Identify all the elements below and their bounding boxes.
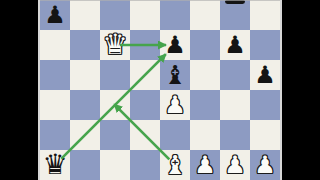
piece-white-queen-c6[interactable]: ♛: [100, 30, 130, 60]
square-d2[interactable]: [130, 150, 160, 180]
square-f3[interactable]: [190, 120, 220, 150]
piece-white-bishop-e2[interactable]: ♝: [160, 150, 190, 180]
square-c3[interactable]: [100, 120, 130, 150]
piece-black-bishop-e5[interactable]: ♝: [160, 60, 190, 90]
piece-black-pawn-e6[interactable]: ♟: [160, 30, 190, 60]
square-b5[interactable]: [70, 60, 100, 90]
square-d6[interactable]: [130, 30, 160, 60]
square-g7[interactable]: [220, 0, 250, 30]
letterbox-bar-left: [0, 0, 38, 180]
piece-white-pawn-e4[interactable]: ♟: [160, 90, 190, 120]
square-a4[interactable]: [40, 90, 70, 120]
square-c7[interactable]: [100, 0, 130, 30]
square-h7[interactable]: [250, 0, 280, 30]
square-a5[interactable]: [40, 60, 70, 90]
square-c4[interactable]: [100, 90, 130, 120]
square-b4[interactable]: [70, 90, 100, 120]
square-e7[interactable]: [160, 0, 190, 30]
piece-white-pawn-h2[interactable]: ♟: [250, 150, 280, 180]
video-frame: ♟♛♟♟♝♟♟♛♝♟♟♟: [0, 0, 320, 180]
square-a3[interactable]: [40, 120, 70, 150]
piece-black-pawn-g6[interactable]: ♟: [220, 30, 250, 60]
square-h4[interactable]: [250, 90, 280, 120]
square-b3[interactable]: [70, 120, 100, 150]
square-b7[interactable]: [70, 0, 100, 30]
square-a6[interactable]: [40, 30, 70, 60]
piece-black-pawn-h5[interactable]: ♟: [250, 60, 280, 90]
chessboard: ♟♛♟♟♝♟♟♛♝♟♟♟: [38, 0, 282, 180]
square-g4[interactable]: [220, 90, 250, 120]
piece-white-pawn-g2[interactable]: ♟: [220, 150, 250, 180]
piece-black-queen-a2[interactable]: ♛: [40, 150, 70, 180]
square-d4[interactable]: [130, 90, 160, 120]
square-b2[interactable]: [70, 150, 100, 180]
square-d7[interactable]: [130, 0, 160, 30]
square-d3[interactable]: [130, 120, 160, 150]
square-d5[interactable]: [130, 60, 160, 90]
square-g3[interactable]: [220, 120, 250, 150]
square-h3[interactable]: [250, 120, 280, 150]
piece-white-pawn-f2[interactable]: ♟: [190, 150, 220, 180]
square-f6[interactable]: [190, 30, 220, 60]
square-e3[interactable]: [160, 120, 190, 150]
square-f4[interactable]: [190, 90, 220, 120]
square-c5[interactable]: [100, 60, 130, 90]
square-b6[interactable]: [70, 30, 100, 60]
square-h6[interactable]: [250, 30, 280, 60]
letterbox-bar-right: [282, 0, 320, 180]
square-c2[interactable]: [100, 150, 130, 180]
board-top-edge-line: [40, 0, 280, 1]
square-g5[interactable]: [220, 60, 250, 90]
square-f7[interactable]: [190, 0, 220, 30]
piece-black-pawn-a7[interactable]: ♟: [40, 0, 70, 30]
square-f5[interactable]: [190, 60, 220, 90]
